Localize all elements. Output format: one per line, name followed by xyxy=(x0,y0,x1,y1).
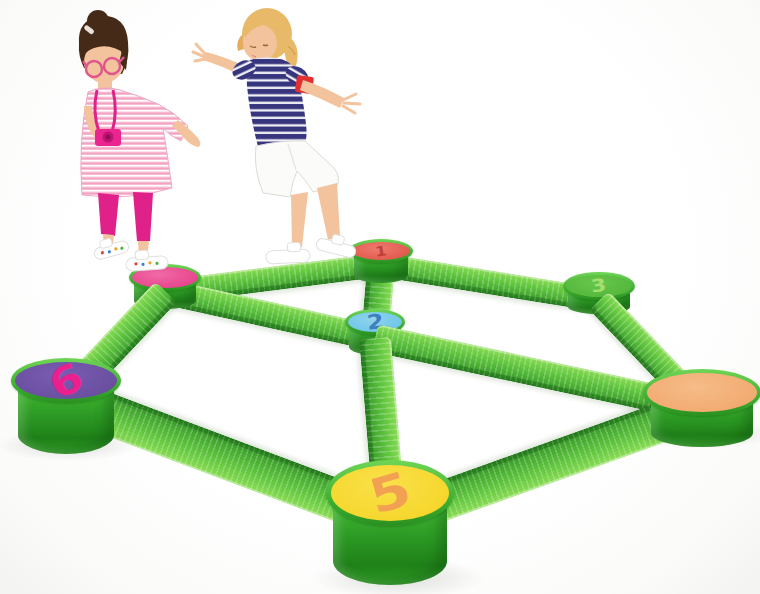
girl-right-sandal-back xyxy=(315,231,358,259)
girl-left xyxy=(79,10,200,272)
children-overlay xyxy=(0,0,760,594)
girl-left-leggings xyxy=(98,193,119,236)
girl-right-leg-front xyxy=(291,192,308,248)
girl-right-sandal-front xyxy=(265,242,310,264)
girl-right-leg-back xyxy=(317,183,340,240)
balance-course-scene: 1 3 2 6 xyxy=(0,0,760,594)
girl-right-arm-right xyxy=(300,80,344,108)
girl-right xyxy=(193,8,360,264)
girl-left-sandal-front xyxy=(125,249,168,272)
